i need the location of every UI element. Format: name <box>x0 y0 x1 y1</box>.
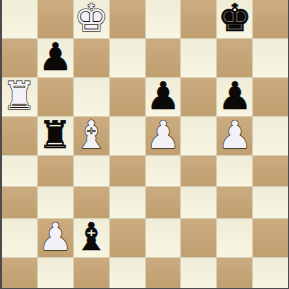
square-g1[interactable] <box>217 258 252 288</box>
piece-black-rook[interactable]: ♜ <box>38 116 72 154</box>
square-b2[interactable]: ♟ <box>38 219 73 257</box>
square-a7[interactable] <box>2 39 37 77</box>
square-d3[interactable] <box>110 187 145 217</box>
square-f1[interactable] <box>181 258 216 288</box>
square-e1[interactable] <box>146 258 181 288</box>
square-d1[interactable] <box>110 258 145 288</box>
piece-black-bishop[interactable]: ♝ <box>74 218 108 256</box>
square-c5[interactable]: ♝ <box>74 117 109 155</box>
square-a4[interactable] <box>2 156 37 186</box>
square-c7[interactable] <box>74 39 109 77</box>
square-f7[interactable] <box>181 39 216 77</box>
square-e7[interactable] <box>146 39 181 77</box>
square-b1[interactable] <box>38 258 73 288</box>
square-b5[interactable]: ♜ <box>38 117 73 155</box>
square-c6[interactable] <box>74 78 109 116</box>
square-f5[interactable] <box>181 117 216 155</box>
square-d4[interactable] <box>110 156 145 186</box>
chess-board: ♚♚♟♜♟♟♜♝♟♟♟♝ <box>0 0 289 289</box>
square-f8[interactable] <box>181 0 216 38</box>
square-a2[interactable] <box>2 219 37 257</box>
square-f2[interactable] <box>181 219 216 257</box>
square-g4[interactable] <box>217 156 252 186</box>
square-h4[interactable] <box>253 156 288 186</box>
square-d6[interactable] <box>110 78 145 116</box>
square-d8[interactable] <box>110 0 145 38</box>
square-e2[interactable] <box>146 219 181 257</box>
square-e8[interactable] <box>146 0 181 38</box>
square-c8[interactable]: ♚ <box>74 0 109 38</box>
square-d7[interactable] <box>110 39 145 77</box>
square-c2[interactable]: ♝ <box>74 219 109 257</box>
square-c4[interactable] <box>74 156 109 186</box>
piece-black-king[interactable]: ♚ <box>218 0 252 37</box>
square-a3[interactable] <box>2 187 37 217</box>
square-g2[interactable] <box>217 219 252 257</box>
piece-white-bishop[interactable]: ♝ <box>74 116 108 154</box>
square-f4[interactable] <box>181 156 216 186</box>
piece-black-pawn[interactable]: ♟ <box>218 77 252 115</box>
piece-black-pawn[interactable]: ♟ <box>146 77 180 115</box>
square-e6[interactable]: ♟ <box>146 78 181 116</box>
square-d2[interactable] <box>110 219 145 257</box>
square-g8[interactable]: ♚ <box>217 0 252 38</box>
square-f6[interactable] <box>181 78 216 116</box>
square-g6[interactable]: ♟ <box>217 78 252 116</box>
piece-white-pawn[interactable]: ♟ <box>146 116 180 154</box>
piece-white-pawn[interactable]: ♟ <box>218 116 252 154</box>
square-g5[interactable]: ♟ <box>217 117 252 155</box>
square-h2[interactable] <box>253 219 288 257</box>
square-d5[interactable] <box>110 117 145 155</box>
square-b4[interactable] <box>38 156 73 186</box>
square-f3[interactable] <box>181 187 216 217</box>
square-h5[interactable] <box>253 117 288 155</box>
square-b7[interactable]: ♟ <box>38 39 73 77</box>
piece-white-pawn[interactable]: ♟ <box>38 218 72 256</box>
square-e5[interactable]: ♟ <box>146 117 181 155</box>
square-h1[interactable] <box>253 258 288 288</box>
square-g7[interactable] <box>217 39 252 77</box>
piece-white-rook[interactable]: ♜ <box>2 77 36 115</box>
square-e4[interactable] <box>146 156 181 186</box>
square-h3[interactable] <box>253 187 288 217</box>
square-c1[interactable] <box>74 258 109 288</box>
square-b3[interactable] <box>38 187 73 217</box>
piece-black-pawn[interactable]: ♟ <box>38 38 72 76</box>
square-g3[interactable] <box>217 187 252 217</box>
square-a6[interactable]: ♜ <box>2 78 37 116</box>
square-c3[interactable] <box>74 187 109 217</box>
piece-white-king[interactable]: ♚ <box>74 0 108 37</box>
square-a5[interactable] <box>2 117 37 155</box>
square-h6[interactable] <box>253 78 288 116</box>
square-b6[interactable] <box>38 78 73 116</box>
square-a1[interactable] <box>2 258 37 288</box>
square-e3[interactable] <box>146 187 181 217</box>
square-h8[interactable] <box>253 0 288 38</box>
square-h7[interactable] <box>253 39 288 77</box>
square-b8[interactable] <box>38 0 73 38</box>
square-a8[interactable] <box>2 0 37 38</box>
